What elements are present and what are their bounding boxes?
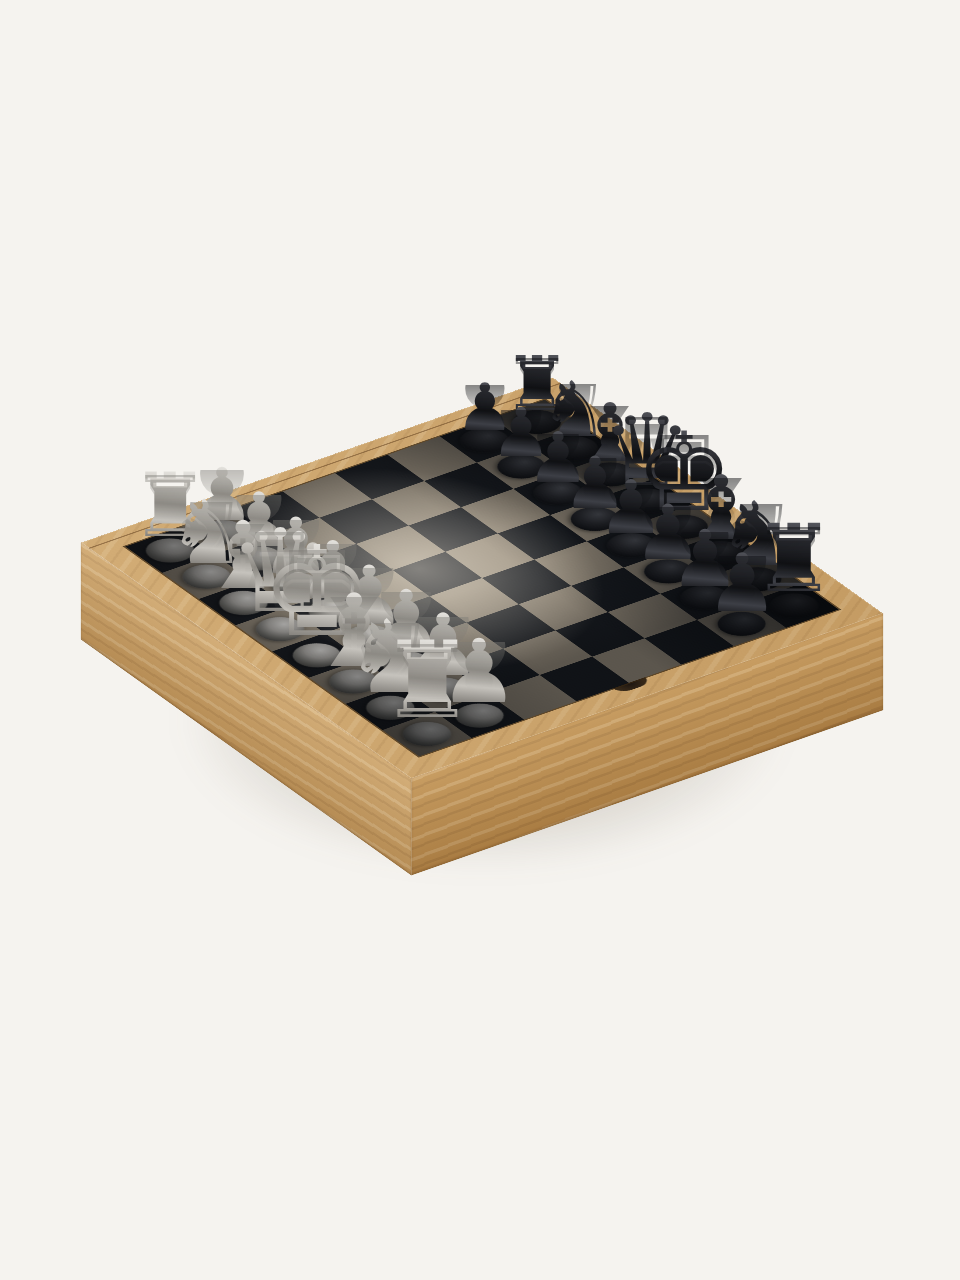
base-disc-e1	[283, 639, 350, 672]
square-f2[interactable]	[361, 641, 450, 686]
base-disc-h8	[761, 589, 828, 622]
base-disc-g2	[409, 673, 476, 706]
square-h1[interactable]	[382, 712, 471, 757]
square-h8[interactable]	[749, 583, 838, 628]
square-h4[interactable]	[540, 657, 629, 702]
square-e1[interactable]	[272, 633, 361, 678]
square-d1[interactable]	[236, 607, 325, 652]
square-g7[interactable]	[660, 575, 749, 620]
square-f3[interactable]	[414, 623, 503, 668]
square-h3[interactable]	[487, 675, 576, 720]
square-g6[interactable]	[608, 594, 697, 639]
square-f5[interactable]	[519, 586, 608, 631]
base-disc-h1	[394, 717, 461, 750]
square-h5[interactable]	[592, 638, 681, 683]
chess-box	[81, 377, 883, 778]
square-g4[interactable]	[503, 630, 592, 675]
square-g3[interactable]	[451, 649, 540, 694]
square-c1[interactable]	[199, 581, 288, 626]
square-h2[interactable]	[435, 693, 524, 738]
square-g2[interactable]	[398, 667, 487, 712]
square-h7[interactable]	[697, 602, 786, 647]
square-d2[interactable]	[288, 588, 377, 633]
square-f1[interactable]	[309, 659, 398, 704]
product-photo-stage: ♜♜♞♞♝♝♛♛♚♚♝♝♞♞♜♜♟♟♟♟♟♟♟♟♟♟♟♟♟♟♟♟♟♟♟♟♟♟♟♟…	[0, 0, 960, 1280]
base-disc-d2	[299, 594, 366, 627]
square-f4[interactable]	[466, 604, 555, 649]
base-disc-g1	[357, 691, 424, 724]
base-disc-h2	[446, 699, 513, 732]
base-disc-e2	[336, 620, 403, 653]
scene-3d	[0, 0, 960, 1280]
base-disc-g7	[671, 581, 738, 614]
square-e2[interactable]	[325, 615, 414, 660]
base-disc-f1	[320, 665, 387, 698]
square-e3[interactable]	[377, 596, 466, 641]
thumb-notch	[611, 676, 652, 694]
square-e4[interactable]	[430, 578, 519, 623]
square-h6[interactable]	[645, 620, 734, 665]
square-g1[interactable]	[346, 685, 435, 730]
base-disc-f2	[373, 646, 440, 679]
base-disc-c1	[210, 586, 277, 619]
base-disc-d1	[247, 612, 314, 645]
base-disc-h7	[708, 607, 775, 640]
square-g5[interactable]	[555, 612, 644, 657]
